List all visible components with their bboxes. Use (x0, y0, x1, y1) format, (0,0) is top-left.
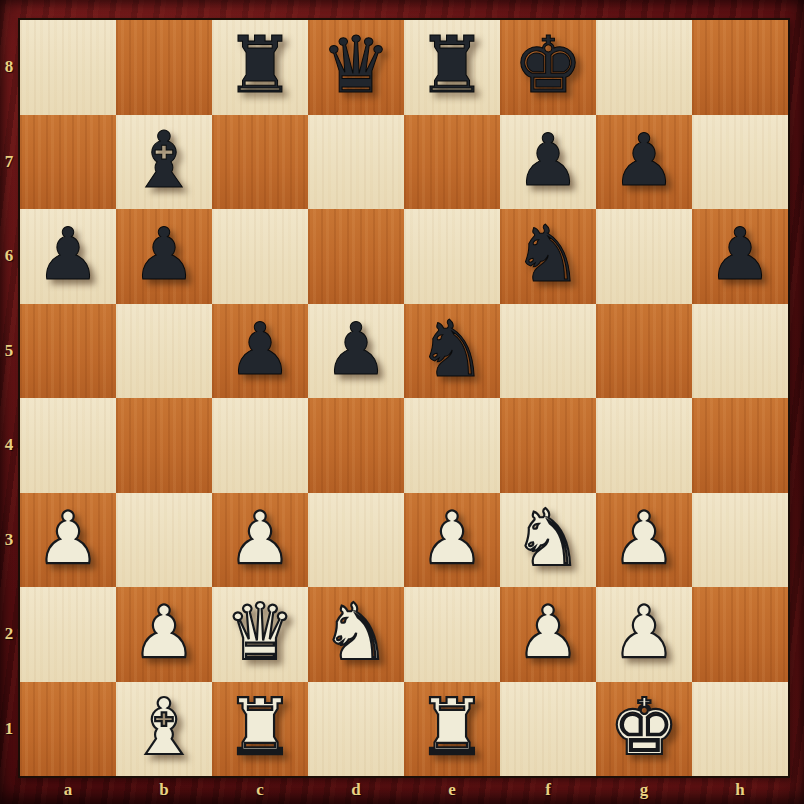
piece-white-pawn-f2[interactable]: ♟ (516, 596, 581, 668)
square-c7[interactable] (212, 115, 308, 210)
square-f6[interactable]: ♞ (500, 209, 596, 304)
piece-white-queen-c2[interactable]: ♛ (225, 593, 295, 671)
square-a1[interactable] (20, 682, 116, 777)
file-label-g: g (596, 776, 692, 804)
square-f2[interactable]: ♟ (500, 587, 596, 682)
square-c6[interactable] (212, 209, 308, 304)
square-g1[interactable]: ♚ (596, 682, 692, 777)
square-c3[interactable]: ♟ (212, 493, 308, 588)
square-g3[interactable]: ♟ (596, 493, 692, 588)
square-b5[interactable] (116, 304, 212, 399)
piece-white-rook-e1[interactable]: ♜ (417, 688, 487, 766)
square-c4[interactable] (212, 398, 308, 493)
square-c5[interactable]: ♟ (212, 304, 308, 399)
square-b6[interactable]: ♟ (116, 209, 212, 304)
square-h5[interactable] (692, 304, 788, 399)
board-frame: ♜♛♜♚♝♟♟♟♟♞♟♟♟♞♟♟♟♞♟♟♛♞♟♟♝♜♜♚ 87654321 ab… (0, 0, 804, 804)
square-a7[interactable] (20, 115, 116, 210)
square-f7[interactable]: ♟ (500, 115, 596, 210)
square-g6[interactable] (596, 209, 692, 304)
square-e7[interactable] (404, 115, 500, 210)
piece-black-pawn-h6[interactable]: ♟ (708, 218, 773, 290)
square-a4[interactable] (20, 398, 116, 493)
square-b8[interactable] (116, 20, 212, 115)
file-label-a: a (20, 776, 116, 804)
square-a8[interactable] (20, 20, 116, 115)
square-b3[interactable] (116, 493, 212, 588)
rank-label-6: 6 (0, 209, 18, 304)
square-a3[interactable]: ♟ (20, 493, 116, 588)
piece-white-pawn-e3[interactable]: ♟ (420, 502, 485, 574)
rank-label-8: 8 (0, 20, 18, 115)
square-a5[interactable] (20, 304, 116, 399)
file-label-d: d (308, 776, 404, 804)
piece-white-pawn-c3[interactable]: ♟ (228, 502, 293, 574)
square-b4[interactable] (116, 398, 212, 493)
piece-white-bishop-b1[interactable]: ♝ (129, 688, 199, 766)
piece-black-bishop-b7[interactable]: ♝ (129, 121, 199, 199)
file-label-b: b (116, 776, 212, 804)
piece-black-knight-e5[interactable]: ♞ (417, 310, 487, 388)
square-d3[interactable] (308, 493, 404, 588)
square-f5[interactable] (500, 304, 596, 399)
square-f1[interactable] (500, 682, 596, 777)
square-a6[interactable]: ♟ (20, 209, 116, 304)
rank-label-2: 2 (0, 587, 18, 682)
square-g5[interactable] (596, 304, 692, 399)
piece-white-pawn-a3[interactable]: ♟ (36, 502, 101, 574)
square-c1[interactable]: ♜ (212, 682, 308, 777)
square-d6[interactable] (308, 209, 404, 304)
piece-black-pawn-c5[interactable]: ♟ (228, 313, 293, 385)
piece-black-knight-f6[interactable]: ♞ (513, 215, 583, 293)
square-h3[interactable] (692, 493, 788, 588)
square-d7[interactable] (308, 115, 404, 210)
square-g4[interactable] (596, 398, 692, 493)
square-d5[interactable]: ♟ (308, 304, 404, 399)
file-label-h: h (692, 776, 788, 804)
rank-coordinates: 87654321 (0, 20, 18, 776)
piece-black-pawn-a6[interactable]: ♟ (36, 218, 101, 290)
square-b2[interactable]: ♟ (116, 587, 212, 682)
square-h8[interactable] (692, 20, 788, 115)
square-e2[interactable] (404, 587, 500, 682)
square-a2[interactable] (20, 587, 116, 682)
square-f8[interactable]: ♚ (500, 20, 596, 115)
square-e6[interactable] (404, 209, 500, 304)
square-e1[interactable]: ♜ (404, 682, 500, 777)
square-e5[interactable]: ♞ (404, 304, 500, 399)
piece-black-king-f8[interactable]: ♚ (513, 26, 583, 104)
square-d8[interactable]: ♛ (308, 20, 404, 115)
piece-black-queen-d8[interactable]: ♛ (321, 26, 391, 104)
square-h4[interactable] (692, 398, 788, 493)
piece-white-king-g1[interactable]: ♚ (609, 688, 679, 766)
square-g8[interactable] (596, 20, 692, 115)
square-c2[interactable]: ♛ (212, 587, 308, 682)
square-g7[interactable]: ♟ (596, 115, 692, 210)
square-c8[interactable]: ♜ (212, 20, 308, 115)
rank-label-7: 7 (0, 115, 18, 210)
chess-board: ♜♛♜♚♝♟♟♟♟♞♟♟♟♞♟♟♟♞♟♟♛♞♟♟♝♜♜♚ (18, 18, 790, 778)
piece-black-pawn-f7[interactable]: ♟ (516, 124, 581, 196)
piece-white-pawn-g3[interactable]: ♟ (612, 502, 677, 574)
piece-black-rook-e8[interactable]: ♜ (417, 26, 487, 104)
piece-white-rook-c1[interactable]: ♜ (225, 688, 295, 766)
square-e8[interactable]: ♜ (404, 20, 500, 115)
piece-black-pawn-b6[interactable]: ♟ (132, 218, 197, 290)
square-f3[interactable]: ♞ (500, 493, 596, 588)
square-f4[interactable] (500, 398, 596, 493)
file-coordinates: abcdefgh (20, 776, 788, 804)
square-b7[interactable]: ♝ (116, 115, 212, 210)
square-e3[interactable]: ♟ (404, 493, 500, 588)
file-label-c: c (212, 776, 308, 804)
piece-black-pawn-g7[interactable]: ♟ (612, 124, 677, 196)
piece-white-knight-d2[interactable]: ♞ (321, 593, 391, 671)
square-b1[interactable]: ♝ (116, 682, 212, 777)
file-label-f: f (500, 776, 596, 804)
square-d1[interactable] (308, 682, 404, 777)
piece-white-pawn-g2[interactable]: ♟ (612, 596, 677, 668)
piece-black-rook-c8[interactable]: ♜ (225, 26, 295, 104)
square-d4[interactable] (308, 398, 404, 493)
square-h6[interactable]: ♟ (692, 209, 788, 304)
square-h7[interactable] (692, 115, 788, 210)
square-e4[interactable] (404, 398, 500, 493)
file-label-e: e (404, 776, 500, 804)
rank-label-1: 1 (0, 682, 18, 777)
piece-white-pawn-b2[interactable]: ♟ (132, 596, 197, 668)
square-g2[interactable]: ♟ (596, 587, 692, 682)
rank-label-3: 3 (0, 493, 18, 588)
square-d2[interactable]: ♞ (308, 587, 404, 682)
piece-black-pawn-d5[interactable]: ♟ (324, 313, 389, 385)
rank-label-5: 5 (0, 304, 18, 399)
square-h1[interactable] (692, 682, 788, 777)
rank-label-4: 4 (0, 398, 18, 493)
square-h2[interactable] (692, 587, 788, 682)
piece-white-knight-f3[interactable]: ♞ (513, 499, 583, 577)
